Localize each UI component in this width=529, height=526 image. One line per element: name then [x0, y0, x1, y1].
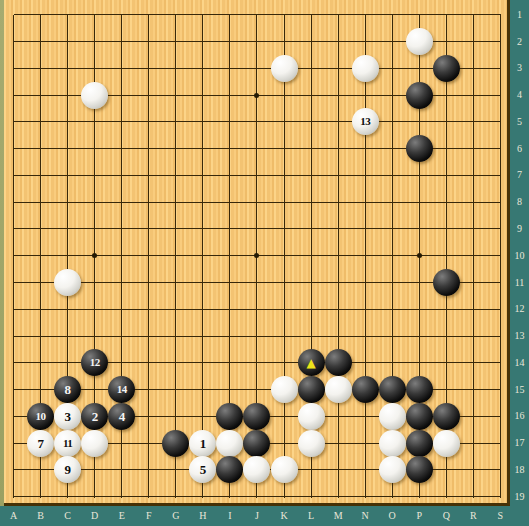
grid-line-horizontal	[14, 228, 502, 229]
column-label-K: K	[277, 510, 291, 522]
grid-line-horizontal	[14, 496, 502, 497]
move-number-label: 11	[63, 438, 72, 449]
stone-black-O15[interactable]	[379, 376, 406, 403]
stone-white-P2[interactable]	[406, 28, 433, 55]
grid-line-vertical	[365, 15, 366, 498]
stone-black-Q3[interactable]	[433, 55, 460, 82]
column-label-G: G	[169, 510, 183, 522]
stone-black-M14[interactable]	[325, 349, 352, 376]
stone-white-I17[interactable]	[216, 430, 243, 457]
grid-line-horizontal	[14, 175, 502, 176]
stone-black-N15[interactable]	[352, 376, 379, 403]
stone-black-J17[interactable]	[243, 430, 270, 457]
column-label-M: M	[331, 510, 345, 522]
row-label-2: 2	[510, 36, 529, 48]
row-label-18: 18	[510, 464, 529, 476]
row-label-3: 3	[510, 62, 529, 74]
stone-black-P18[interactable]	[406, 456, 433, 483]
stone-black-I16[interactable]	[216, 403, 243, 430]
stone-white-M15[interactable]	[325, 376, 352, 403]
stone-white-N5[interactable]: 13	[352, 108, 379, 135]
move-number-label: 3	[65, 410, 71, 423]
stone-white-L16[interactable]	[298, 403, 325, 430]
column-label-J: J	[250, 510, 264, 522]
stone-white-O17[interactable]	[379, 430, 406, 457]
stone-white-C18[interactable]: 9	[54, 456, 81, 483]
stone-black-Q11[interactable]	[433, 269, 460, 296]
star-point-D10	[92, 253, 97, 258]
stone-black-P16[interactable]	[406, 403, 433, 430]
column-label-E: E	[115, 510, 129, 522]
grid-line-vertical	[175, 15, 176, 498]
row-label-12: 12	[510, 303, 529, 315]
stone-black-E16[interactable]: 4	[108, 403, 135, 430]
grid-line-horizontal	[14, 68, 502, 69]
grid-line-horizontal	[14, 309, 502, 310]
move-number-label: 5	[200, 463, 206, 476]
row-label-6: 6	[510, 143, 529, 155]
row-label-15: 15	[510, 384, 529, 396]
row-label-14: 14	[510, 357, 529, 369]
star-point-P10	[417, 253, 422, 258]
stone-white-K18[interactable]	[271, 456, 298, 483]
board-left-edge	[0, 0, 4, 506]
column-label-P: P	[412, 510, 426, 522]
move-number-label: 7	[38, 437, 44, 450]
stone-white-H17[interactable]: 1	[189, 430, 216, 457]
column-label-A: A	[7, 510, 21, 522]
grid-line-horizontal	[14, 202, 502, 203]
row-coordinate-strip: 12345678910111213141516171819	[510, 0, 529, 526]
row-label-5: 5	[510, 116, 529, 128]
column-label-O: O	[385, 510, 399, 522]
row-label-17: 17	[510, 437, 529, 449]
column-label-H: H	[196, 510, 210, 522]
column-label-D: D	[88, 510, 102, 522]
star-point-J4	[254, 93, 259, 98]
row-label-13: 13	[510, 330, 529, 342]
row-label-16: 16	[510, 410, 529, 422]
stone-black-P15[interactable]	[406, 376, 433, 403]
move-number-label: 13	[360, 116, 370, 127]
grid-line-vertical	[473, 15, 474, 498]
stone-black-L14[interactable]: ▲	[298, 349, 325, 376]
stone-black-J16[interactable]	[243, 403, 270, 430]
column-label-B: B	[34, 510, 48, 522]
stone-white-D17[interactable]	[81, 430, 108, 457]
stone-black-D14[interactable]: 12	[81, 349, 108, 376]
stone-white-O18[interactable]	[379, 456, 406, 483]
column-label-Q: Q	[439, 510, 453, 522]
row-label-11: 11	[510, 277, 529, 289]
stone-white-O16[interactable]	[379, 403, 406, 430]
grid-line-vertical	[284, 15, 285, 498]
move-number-label: 14	[117, 384, 127, 395]
stone-white-N3[interactable]	[352, 55, 379, 82]
grid-line-horizontal	[14, 14, 502, 15]
stone-white-J18[interactable]	[243, 456, 270, 483]
stone-black-C15[interactable]: 8	[54, 376, 81, 403]
row-label-9: 9	[510, 223, 529, 235]
stone-white-Q17[interactable]	[433, 430, 460, 457]
column-label-C: C	[61, 510, 75, 522]
stone-black-D16[interactable]: 2	[81, 403, 108, 430]
go-board-diagram: 1312▲81410324711195 12345678910111213141…	[0, 0, 529, 526]
row-label-4: 4	[510, 89, 529, 101]
stone-black-L15[interactable]	[298, 376, 325, 403]
stone-black-E15[interactable]: 14	[108, 376, 135, 403]
move-number-label: 8	[65, 383, 71, 396]
stone-white-D4[interactable]	[81, 82, 108, 109]
stone-white-K3[interactable]	[271, 55, 298, 82]
stone-white-C16[interactable]: 3	[54, 403, 81, 430]
column-label-S: S	[493, 510, 507, 522]
stone-white-C11[interactable]	[54, 269, 81, 296]
column-label-R: R	[466, 510, 480, 522]
grid-line-horizontal	[14, 121, 502, 122]
stone-white-B17[interactable]: 7	[27, 430, 54, 457]
column-label-L: L	[304, 510, 318, 522]
stone-white-L17[interactable]	[298, 430, 325, 457]
stone-black-I18[interactable]	[216, 456, 243, 483]
grid-line-horizontal	[14, 336, 502, 337]
star-point-J10	[254, 253, 259, 258]
move-number-label: 2	[92, 410, 98, 423]
row-label-7: 7	[510, 169, 529, 181]
column-label-I: I	[223, 510, 237, 522]
grid-line-vertical	[13, 15, 14, 498]
move-number-label: 9	[65, 463, 71, 476]
grid-line-horizontal	[14, 282, 502, 283]
grid-line-vertical	[148, 15, 149, 498]
stone-black-B16[interactable]: 10	[27, 403, 54, 430]
row-label-10: 10	[510, 250, 529, 262]
stone-black-Q16[interactable]	[433, 403, 460, 430]
row-label-8: 8	[510, 196, 529, 208]
grid-line-vertical	[500, 15, 501, 498]
column-coordinate-strip: ABCDEFGHIJKLMNOPQRS	[0, 506, 529, 526]
move-number-label: 10	[36, 411, 46, 422]
column-label-F: F	[142, 510, 156, 522]
row-label-19: 19	[510, 491, 529, 503]
move-number-label: 1	[200, 437, 206, 450]
grid-line-vertical	[202, 15, 203, 498]
stone-black-P17[interactable]	[406, 430, 433, 457]
stone-white-H18[interactable]: 5	[189, 456, 216, 483]
stone-white-K15[interactable]	[271, 376, 298, 403]
column-label-N: N	[358, 510, 372, 522]
grid-line-vertical	[338, 15, 339, 498]
stone-black-P6[interactable]	[406, 135, 433, 162]
goban[interactable]: 1312▲81410324711195	[0, 0, 510, 506]
stone-white-C17[interactable]: 11	[54, 430, 81, 457]
move-number-label: 12	[90, 357, 100, 368]
move-number-label: 4	[119, 410, 125, 423]
stone-black-G17[interactable]	[162, 430, 189, 457]
stone-black-P4[interactable]	[406, 82, 433, 109]
row-label-1: 1	[510, 9, 529, 21]
triangle-mark-icon: ▲	[306, 357, 315, 369]
